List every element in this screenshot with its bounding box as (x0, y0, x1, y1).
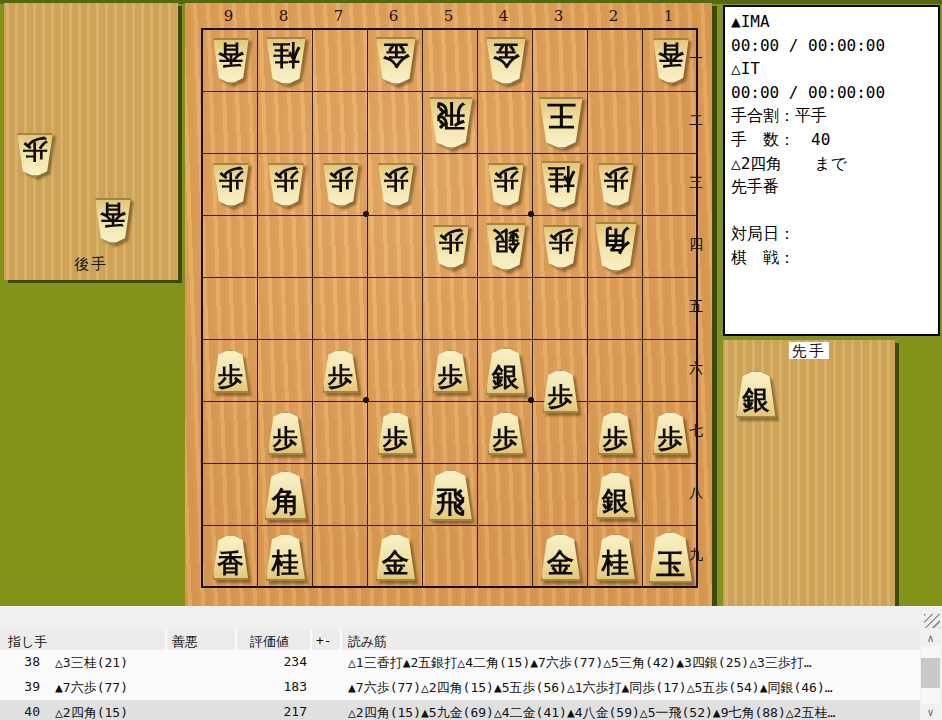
board-cell (258, 216, 313, 278)
sente-piece-銀: 銀 (735, 370, 777, 418)
board-cell (423, 216, 478, 278)
board-cell (423, 340, 478, 402)
move-eval: 234 (240, 654, 307, 669)
star-point (363, 397, 369, 403)
board-cell (533, 154, 588, 216)
move-eval: 217 (240, 704, 307, 719)
gote-piece-歩: 歩 (16, 133, 54, 177)
board-cell (478, 216, 533, 278)
board-cell (478, 526, 533, 588)
move-list-panel: 指し手善悪評価値+-読み筋 38△3三桂(21)234△1三香打▲2五銀打△4二… (0, 606, 942, 720)
board-cell (588, 464, 643, 526)
board-cell (203, 340, 258, 402)
move-eval: 183 (240, 679, 307, 694)
board-cell (258, 92, 313, 154)
board-cell (313, 340, 368, 402)
column-header[interactable]: 指し手 (8, 633, 47, 651)
file-label: 5 (421, 7, 476, 27)
board-cell (478, 278, 533, 340)
board-cell (313, 278, 368, 340)
file-label: 2 (586, 7, 641, 27)
move-num: 40 (6, 704, 40, 719)
board-cell (423, 464, 478, 526)
board-cell (643, 526, 698, 588)
file-label: 7 (311, 7, 366, 27)
board-cell (533, 216, 588, 278)
column-header[interactable]: 読み筋 (348, 633, 387, 651)
file-label: 4 (476, 7, 531, 27)
board-cell (423, 526, 478, 588)
shogi-app-window: 後手 歩香 987654321 一二三四五六七八九 香桂金金香飛王歩歩歩歩歩桂歩… (0, 0, 942, 720)
file-label: 8 (256, 7, 311, 27)
board-cell (258, 154, 313, 216)
board-cell (203, 30, 258, 92)
board-cell (203, 154, 258, 216)
info-line: 手合割：平手 (731, 106, 932, 130)
board-cell (423, 278, 478, 340)
move-list-row[interactable]: 40△2四角(15)217△2四角(15)▲5九金(69)△4二金(41)▲4八… (0, 700, 920, 720)
board-cell (588, 278, 643, 340)
board-cell (533, 402, 588, 464)
board-cell (368, 402, 423, 464)
board-cell (258, 278, 313, 340)
board-cell (313, 154, 368, 216)
board-cell (368, 340, 423, 402)
info-line: ▲IMA (731, 12, 932, 36)
board-cell (643, 154, 698, 216)
gote-hand-stand: 後手 歩香 (4, 3, 178, 280)
info-line: △IT (731, 59, 932, 83)
star-point (528, 211, 534, 217)
board-cell (643, 92, 698, 154)
board-cell (368, 278, 423, 340)
board-cell (533, 340, 588, 402)
board-cell (643, 402, 698, 464)
file-label: 6 (366, 7, 421, 27)
board-cell (423, 402, 478, 464)
column-separator[interactable] (165, 630, 167, 652)
board-cell (588, 216, 643, 278)
board-cell (368, 464, 423, 526)
move-list-row[interactable]: 39▲7六歩(77)183▲7六歩(77)△2四角(15)▲5五歩(56)△1六… (0, 675, 920, 700)
info-line: △2四角 まで (731, 154, 932, 178)
board-cell (588, 30, 643, 92)
board-cell (643, 216, 698, 278)
sente-hand-stand: 先手 銀 (723, 340, 895, 606)
board-cell (588, 92, 643, 154)
board-cell (203, 464, 258, 526)
board-cell (313, 526, 368, 588)
board-cell (203, 526, 258, 588)
move-pv: △1三香打▲2五銀打△4二角(15)▲7六歩(77)△5三角(42)▲3四銀(2… (348, 654, 914, 672)
board-cell (588, 402, 643, 464)
board-cell (313, 402, 368, 464)
board-cell (643, 278, 698, 340)
info-line: 対局日： (731, 224, 932, 248)
move-move: △2四角(15) (55, 704, 128, 720)
column-header[interactable]: 善悪 (172, 633, 198, 651)
board-cell (643, 340, 698, 402)
info-line (731, 201, 932, 225)
move-list-rows: 38△3三桂(21)234△1三香打▲2五銀打△4二角(15)▲7六歩(77)△… (0, 650, 920, 720)
column-separator[interactable] (235, 630, 237, 652)
board-cell (313, 92, 368, 154)
board-cell (258, 526, 313, 588)
board-cell (478, 340, 533, 402)
board-cell (203, 402, 258, 464)
board-cell (478, 30, 533, 92)
board-cell (203, 278, 258, 340)
move-num: 39 (6, 679, 40, 694)
board-cell (423, 30, 478, 92)
board-cell (258, 30, 313, 92)
board-grid (201, 28, 698, 588)
move-move: ▲7六歩(77) (55, 679, 128, 697)
file-label: 3 (531, 7, 586, 27)
board-cell (258, 464, 313, 526)
star-point (363, 211, 369, 217)
board-cell (588, 154, 643, 216)
board-cell (313, 30, 368, 92)
board-cell (368, 526, 423, 588)
gote-piece-香: 香 (94, 198, 132, 244)
board-cell (478, 402, 533, 464)
board-cell (533, 30, 588, 92)
column-separator[interactable] (310, 630, 312, 652)
board-cell (203, 92, 258, 154)
info-line: 棋 戦： (731, 248, 932, 272)
board-cell (588, 340, 643, 402)
gote-label: 後手 (4, 255, 178, 274)
board-cell (368, 30, 423, 92)
board-cell (368, 154, 423, 216)
board-cell (643, 30, 698, 92)
board-cell (478, 154, 533, 216)
scrollbar-thumb[interactable] (921, 658, 940, 688)
file-label: 9 (201, 7, 256, 27)
board-cell (313, 216, 368, 278)
move-list-scrollbar[interactable]: ∧ ∨ (921, 630, 940, 720)
star-point (528, 397, 534, 403)
file-label: 1 (641, 7, 696, 27)
board-cell (258, 402, 313, 464)
board-cell (368, 216, 423, 278)
board-cell (203, 216, 258, 278)
board-cell (533, 92, 588, 154)
resize-grip-icon[interactable] (924, 614, 940, 628)
board-cell (533, 464, 588, 526)
board-cell (533, 278, 588, 340)
board-cell (643, 464, 698, 526)
move-list-header: 指し手善悪評価値+-読み筋 (0, 630, 920, 652)
column-header[interactable]: 評価値 (250, 633, 289, 651)
info-line: 手 数： 40 (731, 130, 932, 154)
sente-label: 先手 (723, 342, 895, 361)
board-cell (478, 464, 533, 526)
column-separator[interactable] (340, 630, 342, 652)
scroll-up-icon[interactable]: ∧ (921, 630, 940, 646)
board-cell (478, 92, 533, 154)
scroll-down-icon[interactable]: ∨ (921, 704, 940, 720)
info-line: 00:00 / 00:00:00 (731, 83, 932, 107)
board-cell (588, 526, 643, 588)
column-header[interactable]: +- (316, 633, 332, 648)
move-list-row[interactable]: 38△3三桂(21)234△1三香打▲2五銀打△4二角(15)▲7六歩(77)△… (0, 650, 920, 675)
move-pv: △2四角(15)▲5九金(69)△4二金(41)▲4八金(59)△5一飛(52)… (348, 704, 914, 720)
board-cell (258, 340, 313, 402)
game-info-panel: ▲IMA00:00 / 00:00:00△IT00:00 / 00:00:00手… (723, 5, 940, 336)
info-line: 先手番 (731, 177, 932, 201)
move-pv: ▲7六歩(77)△2四角(15)▲5五歩(56)△1六歩打▲同歩(17)△5五歩… (348, 679, 914, 697)
move-move: △3三桂(21) (55, 654, 128, 672)
file-coordinates: 987654321 (201, 7, 696, 27)
board-cell (313, 464, 368, 526)
board-cell (423, 154, 478, 216)
info-line: 00:00 / 00:00:00 (731, 36, 932, 60)
move-num: 38 (6, 654, 40, 669)
board-cell (423, 92, 478, 154)
shogi-board: 987654321 一二三四五六七八九 香桂金金香飛王歩歩歩歩歩桂歩歩銀歩角歩歩… (185, 3, 712, 607)
board-cell (368, 92, 423, 154)
board-cell (533, 526, 588, 588)
